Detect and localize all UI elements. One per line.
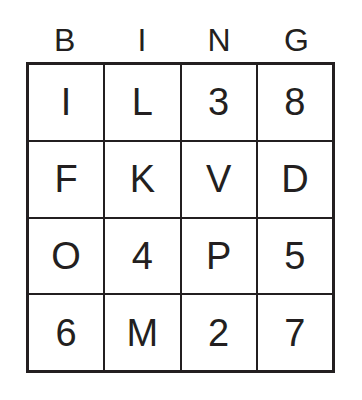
cell-r4c4[interactable]: 7 xyxy=(258,295,332,370)
bingo-board: I L 3 8 F K V D O 4 P 5 6 M 2 7 xyxy=(26,62,335,373)
cell-r4c2[interactable]: M xyxy=(105,295,179,370)
cell-r3c3[interactable]: P xyxy=(182,219,256,294)
header-letter-b: B xyxy=(26,14,103,58)
cell-r4c1[interactable]: 6 xyxy=(29,295,103,370)
cell-r3c1[interactable]: O xyxy=(29,219,103,294)
header-letter-i: I xyxy=(103,14,180,58)
header-letter-n: N xyxy=(181,14,258,58)
cell-r3c4[interactable]: 5 xyxy=(258,219,332,294)
cell-r2c3[interactable]: V xyxy=(182,142,256,217)
bingo-card: B I N G I L 3 8 F K V D O 4 P 5 6 M 2 7 xyxy=(0,0,362,400)
cell-r1c1[interactable]: I xyxy=(29,65,103,140)
bingo-header-row: B I N G xyxy=(26,14,335,58)
cell-r3c2[interactable]: 4 xyxy=(105,219,179,294)
cell-r2c1[interactable]: F xyxy=(29,142,103,217)
cell-r2c2[interactable]: K xyxy=(105,142,179,217)
cell-r1c4[interactable]: 8 xyxy=(258,65,332,140)
cell-r1c2[interactable]: L xyxy=(105,65,179,140)
cell-r4c3[interactable]: 2 xyxy=(182,295,256,370)
header-letter-g: G xyxy=(258,14,335,58)
cell-r1c3[interactable]: 3 xyxy=(182,65,256,140)
cell-r2c4[interactable]: D xyxy=(258,142,332,217)
